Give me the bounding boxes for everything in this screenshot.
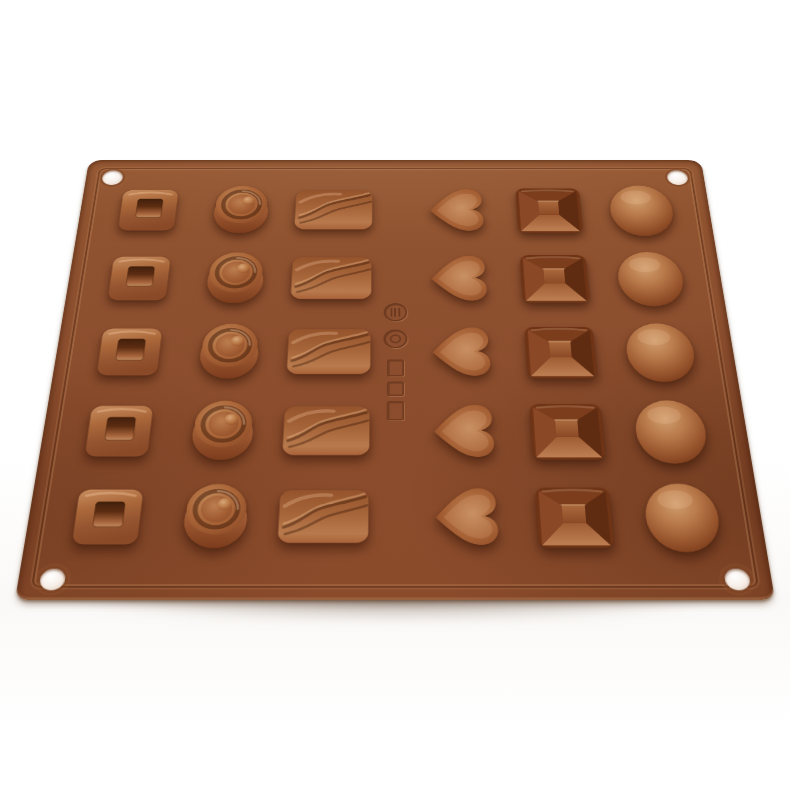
mold-cavity-dome [604, 182, 681, 238]
cavity-grid [47, 177, 743, 561]
mold-cavity-swirl [201, 251, 269, 305]
mold-cavity-wave [274, 486, 372, 547]
mold-cavity-dome [619, 320, 702, 384]
mold-cavity-pyramid [516, 250, 594, 306]
wave-cavity-shape [291, 187, 375, 232]
mold-cavity-wave [279, 403, 373, 460]
wave-cavity-shape [287, 254, 374, 303]
swirl-cavity-shape [201, 251, 269, 305]
heart-cavity-shape [421, 185, 492, 236]
mold-cavity-heart [421, 185, 492, 236]
pyramid-cavity-shape [525, 399, 610, 464]
mold-cavity-heart [423, 322, 500, 381]
mold-cavity-square [67, 486, 148, 548]
mold-cavity-swirl [177, 483, 254, 551]
mold-cavity-heart [424, 399, 504, 462]
pyramid-cavity-shape [516, 250, 594, 306]
mold-cavity-wave [283, 325, 374, 377]
dome-cavity-shape [619, 320, 702, 384]
square-cavity-shape [103, 254, 175, 303]
mold-cavity-wave [291, 187, 375, 232]
square-cavity-shape [67, 486, 148, 548]
mold-cavity-swirl [194, 323, 265, 381]
mold-cavity-heart [422, 251, 496, 306]
mold-cavity-square [114, 187, 183, 233]
mold-cavity-wave [287, 254, 374, 303]
mold-cavity-pyramid [525, 399, 610, 464]
square-cavity-shape [92, 325, 167, 378]
swirl-cavity-shape [208, 185, 273, 235]
pyramid-cavity-shape [520, 322, 601, 382]
mold-cavity-pyramid [512, 184, 587, 236]
corner-hole-bottom-right [723, 569, 751, 591]
mold-cavity-heart [425, 482, 508, 551]
square-cavity-shape [80, 402, 158, 459]
mold-cavity-dome [611, 249, 691, 309]
heart-cavity-shape [425, 482, 508, 551]
mold-cavity-square [103, 254, 175, 303]
mold-cavity-square [92, 325, 167, 378]
wave-cavity-shape [283, 325, 374, 377]
mold-cavity-dome [637, 479, 728, 554]
swirl-cavity-shape [194, 323, 265, 381]
heart-cavity-shape [423, 322, 500, 381]
dome-cavity-shape [604, 182, 681, 238]
pyramid-cavity-shape [530, 482, 619, 552]
heart-cavity-shape [422, 251, 496, 306]
mold-cavity-swirl [208, 185, 273, 235]
mold-cavity-pyramid [520, 322, 601, 382]
mold-cavity-dome [628, 396, 715, 466]
mold-cavity-swirl [186, 400, 260, 463]
dome-cavity-shape [611, 249, 691, 309]
dome-cavity-shape [628, 396, 715, 466]
wave-cavity-shape [274, 486, 372, 547]
heart-cavity-shape [424, 399, 504, 462]
corner-hole-bottom-left [39, 569, 67, 591]
swirl-cavity-shape [186, 400, 260, 463]
pyramid-cavity-shape [512, 184, 587, 236]
square-cavity-shape [114, 187, 183, 233]
wave-cavity-shape [279, 403, 373, 460]
product-photo-stage [0, 0, 790, 790]
dome-cavity-shape [637, 479, 728, 554]
mold-cavity-square [80, 402, 158, 459]
mold-cavity-pyramid [530, 482, 619, 552]
chocolate-mold [15, 160, 775, 600]
swirl-cavity-shape [177, 483, 254, 551]
